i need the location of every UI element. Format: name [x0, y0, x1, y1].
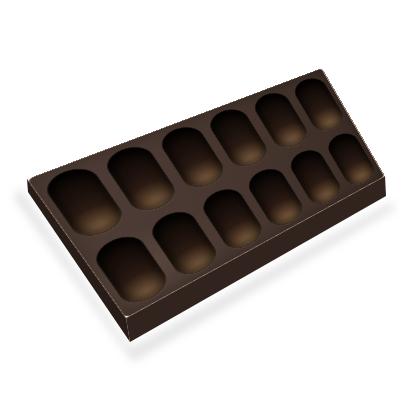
- board-photo-stage: [0, 0, 400, 400]
